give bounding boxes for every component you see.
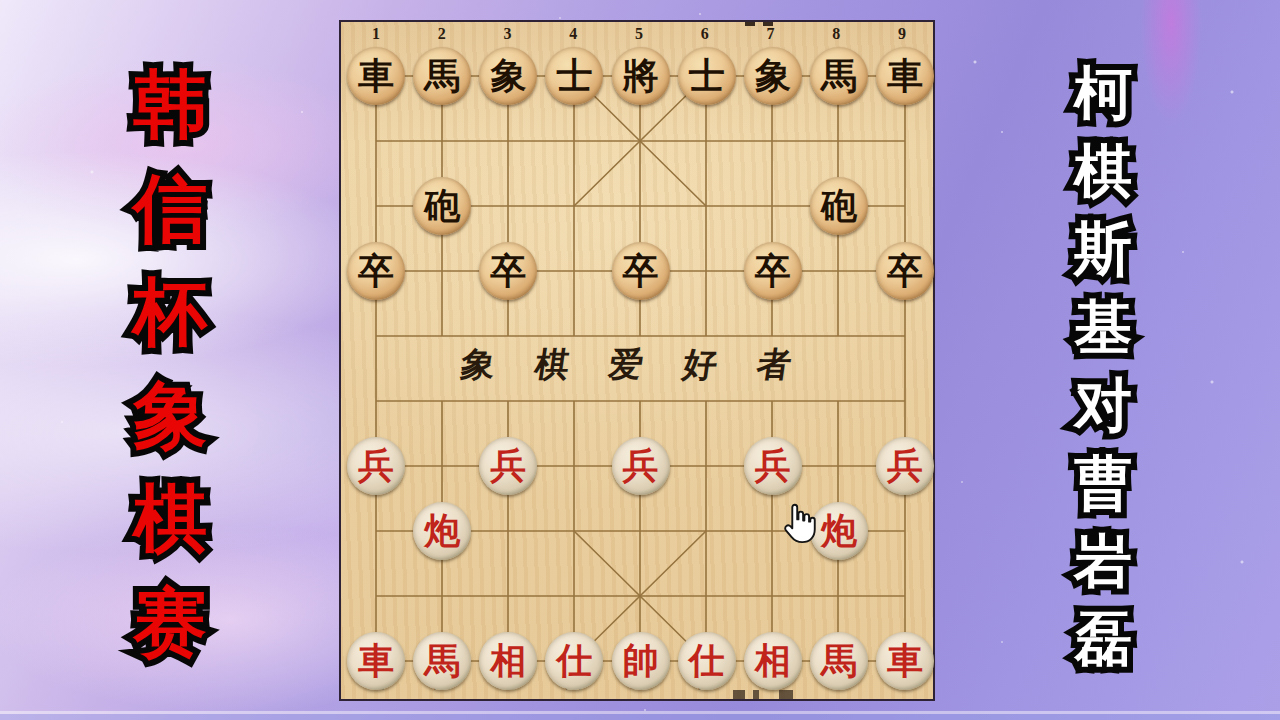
piece-black-soldier[interactable]: 卒 [612, 242, 670, 300]
banner-char: 岩 [1074, 532, 1132, 590]
piece-black-elephant[interactable]: 象 [744, 47, 802, 105]
piece-black-soldier[interactable]: 卒 [479, 242, 537, 300]
piece-red-horse[interactable]: 馬 [810, 632, 868, 690]
banner-char: 棋 [133, 482, 207, 556]
piece-red-chariot[interactable]: 車 [876, 632, 934, 690]
piece-black-horse[interactable]: 馬 [810, 47, 868, 105]
xiangqi-board[interactable]: 12 34 56 78 9 象 棋 爱 好 者 九八 七六 五四 三二 一 車馬… [339, 20, 935, 701]
piece-black-chariot[interactable]: 車 [876, 47, 934, 105]
piece-red-horse[interactable]: 馬 [413, 632, 471, 690]
right-banner-players: 柯 棋 斯 基 对 曹 岩 磊 [1051, 64, 1155, 668]
banner-char: 柯 [1074, 64, 1132, 122]
piece-black-cannon[interactable]: 砲 [810, 177, 868, 235]
banner-char: 赛 [133, 586, 207, 660]
banner-char: 信 [133, 172, 207, 246]
piece-red-soldier[interactable]: 兵 [744, 437, 802, 495]
banner-char: 韩 [133, 68, 207, 142]
piece-red-soldier[interactable]: 兵 [612, 437, 670, 495]
river-text: 象 棋 爱 好 者 [338, 342, 914, 388]
banner-char: 棋 [1074, 142, 1132, 200]
banner-char: 象 [133, 379, 207, 453]
piece-black-chariot[interactable]: 車 [347, 47, 405, 105]
piece-black-soldier[interactable]: 卒 [744, 242, 802, 300]
piece-black-advisor[interactable]: 士 [545, 47, 603, 105]
piece-red-elephant[interactable]: 相 [479, 632, 537, 690]
banner-char: 基 [1074, 298, 1132, 356]
piece-red-soldier[interactable]: 兵 [876, 437, 934, 495]
left-banner-tournament-title: 韩 信 杯 象 棋 赛 [118, 68, 222, 660]
piece-red-soldier[interactable]: 兵 [479, 437, 537, 495]
piece-black-cannon[interactable]: 砲 [413, 177, 471, 235]
piece-red-elephant[interactable]: 相 [744, 632, 802, 690]
banner-char: 斯 [1074, 220, 1132, 278]
cutoff-caption-bottom [733, 690, 803, 699]
piece-black-general[interactable]: 將 [612, 47, 670, 105]
file-numbers-black-side: 12 34 56 78 9 [366, 25, 912, 43]
video-frame: 韩 信 杯 象 棋 赛 柯 棋 斯 基 对 曹 岩 磊 [0, 0, 1280, 720]
piece-red-advisor[interactable]: 仕 [545, 632, 603, 690]
piece-red-cannon[interactable]: 炮 [810, 502, 868, 560]
banner-char: 杯 [133, 275, 207, 349]
piece-black-elephant[interactable]: 象 [479, 47, 537, 105]
banner-char: 曹 [1074, 454, 1132, 512]
banner-char: 磊 [1074, 610, 1132, 668]
background-bottom-band [0, 714, 1280, 720]
cutoff-caption-top [745, 22, 791, 26]
piece-black-soldier[interactable]: 卒 [876, 242, 934, 300]
banner-char: 对 [1074, 376, 1132, 434]
piece-black-soldier[interactable]: 卒 [347, 242, 405, 300]
piece-red-chariot[interactable]: 車 [347, 632, 405, 690]
piece-black-advisor[interactable]: 士 [678, 47, 736, 105]
piece-red-cannon[interactable]: 炮 [413, 502, 471, 560]
piece-red-general[interactable]: 帥 [612, 632, 670, 690]
piece-red-soldier[interactable]: 兵 [347, 437, 405, 495]
piece-red-advisor[interactable]: 仕 [678, 632, 736, 690]
piece-black-horse[interactable]: 馬 [413, 47, 471, 105]
